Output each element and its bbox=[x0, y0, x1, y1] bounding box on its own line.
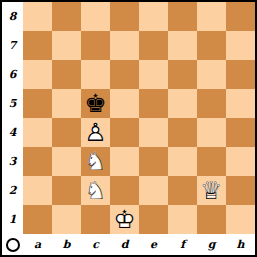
square-c5[interactable]: ♚ bbox=[81, 89, 110, 118]
square-b8[interactable] bbox=[52, 2, 81, 31]
file-label-e: e bbox=[139, 234, 168, 255]
square-c6[interactable] bbox=[81, 60, 110, 89]
rank-labels: 87654321 bbox=[2, 2, 23, 234]
white-knight: ♞♘ bbox=[81, 176, 110, 205]
white-knight: ♞♘ bbox=[81, 147, 110, 176]
white-queen: ♛♕ bbox=[197, 176, 226, 205]
file-label-c: c bbox=[81, 234, 110, 255]
white-king-outline: ♔ bbox=[113, 207, 135, 232]
square-a5[interactable] bbox=[23, 89, 52, 118]
black-king-glyph: ♚ bbox=[84, 91, 106, 116]
file-label-g: g bbox=[197, 234, 226, 255]
square-d2[interactable] bbox=[110, 176, 139, 205]
square-f6[interactable] bbox=[168, 60, 197, 89]
white-pawn: ♟♙ bbox=[81, 118, 110, 147]
square-f7[interactable] bbox=[168, 31, 197, 60]
square-e2[interactable] bbox=[139, 176, 168, 205]
white-knight-outline: ♘ bbox=[84, 149, 106, 174]
square-f5[interactable] bbox=[168, 89, 197, 118]
square-e3[interactable] bbox=[139, 147, 168, 176]
chess-board[interactable]: ♚♟♙♞♘♞♘♛♕♚♔ bbox=[23, 2, 255, 234]
square-h4[interactable] bbox=[226, 118, 255, 147]
square-b1[interactable] bbox=[52, 205, 81, 234]
file-label-h: h bbox=[226, 234, 255, 255]
square-c2[interactable]: ♞♘ bbox=[81, 176, 110, 205]
rank-label-7: 7 bbox=[2, 31, 23, 60]
square-f8[interactable] bbox=[168, 2, 197, 31]
square-a1[interactable] bbox=[23, 205, 52, 234]
square-a8[interactable] bbox=[23, 2, 52, 31]
rank-label-8: 8 bbox=[2, 2, 23, 31]
square-e7[interactable] bbox=[139, 31, 168, 60]
white-knight-outline: ♘ bbox=[84, 178, 106, 203]
rank-label-4: 4 bbox=[2, 118, 23, 147]
square-b4[interactable] bbox=[52, 118, 81, 147]
square-e1[interactable] bbox=[139, 205, 168, 234]
square-h1[interactable] bbox=[226, 205, 255, 234]
white-pawn-outline: ♙ bbox=[84, 120, 106, 145]
square-c7[interactable] bbox=[81, 31, 110, 60]
square-g8[interactable] bbox=[197, 2, 226, 31]
file-labels: abcdefgh bbox=[23, 234, 255, 255]
square-g3[interactable] bbox=[197, 147, 226, 176]
turn-indicator bbox=[2, 234, 23, 255]
rank-label-1: 1 bbox=[2, 205, 23, 234]
square-a7[interactable] bbox=[23, 31, 52, 60]
rank-label-6: 6 bbox=[2, 60, 23, 89]
rank-label-5: 5 bbox=[2, 89, 23, 118]
square-g7[interactable] bbox=[197, 31, 226, 60]
square-b3[interactable] bbox=[52, 147, 81, 176]
square-b2[interactable] bbox=[52, 176, 81, 205]
square-h8[interactable] bbox=[226, 2, 255, 31]
square-c8[interactable] bbox=[81, 2, 110, 31]
square-d7[interactable] bbox=[110, 31, 139, 60]
square-e4[interactable] bbox=[139, 118, 168, 147]
square-f3[interactable] bbox=[168, 147, 197, 176]
square-h7[interactable] bbox=[226, 31, 255, 60]
white-to-move-circle-icon bbox=[6, 238, 20, 252]
chess-diagram: 87654321 ♚♟♙♞♘♞♘♛♕♚♔ abcdefgh bbox=[0, 0, 257, 257]
black-king: ♚ bbox=[81, 89, 110, 118]
square-b6[interactable] bbox=[52, 60, 81, 89]
square-a6[interactable] bbox=[23, 60, 52, 89]
square-d6[interactable] bbox=[110, 60, 139, 89]
file-label-b: b bbox=[52, 234, 81, 255]
square-g6[interactable] bbox=[197, 60, 226, 89]
white-queen-outline: ♕ bbox=[200, 178, 222, 203]
square-g5[interactable] bbox=[197, 89, 226, 118]
square-f2[interactable] bbox=[168, 176, 197, 205]
square-d1[interactable]: ♚♔ bbox=[110, 205, 139, 234]
square-d8[interactable] bbox=[110, 2, 139, 31]
square-a2[interactable] bbox=[23, 176, 52, 205]
square-c3[interactable]: ♞♘ bbox=[81, 147, 110, 176]
square-h3[interactable] bbox=[226, 147, 255, 176]
rank-label-2: 2 bbox=[2, 176, 23, 205]
square-g1[interactable] bbox=[197, 205, 226, 234]
square-f4[interactable] bbox=[168, 118, 197, 147]
square-d4[interactable] bbox=[110, 118, 139, 147]
square-h5[interactable] bbox=[226, 89, 255, 118]
square-f1[interactable] bbox=[168, 205, 197, 234]
square-c4[interactable]: ♟♙ bbox=[81, 118, 110, 147]
square-h2[interactable] bbox=[226, 176, 255, 205]
square-b7[interactable] bbox=[52, 31, 81, 60]
square-a3[interactable] bbox=[23, 147, 52, 176]
white-king: ♚♔ bbox=[110, 205, 139, 234]
file-label-f: f bbox=[168, 234, 197, 255]
square-c1[interactable] bbox=[81, 205, 110, 234]
square-e6[interactable] bbox=[139, 60, 168, 89]
file-label-a: a bbox=[23, 234, 52, 255]
square-g4[interactable] bbox=[197, 118, 226, 147]
square-e8[interactable] bbox=[139, 2, 168, 31]
square-b5[interactable] bbox=[52, 89, 81, 118]
square-d3[interactable] bbox=[110, 147, 139, 176]
rank-label-3: 3 bbox=[2, 147, 23, 176]
square-d5[interactable] bbox=[110, 89, 139, 118]
square-h6[interactable] bbox=[226, 60, 255, 89]
file-label-d: d bbox=[110, 234, 139, 255]
square-a4[interactable] bbox=[23, 118, 52, 147]
square-e5[interactable] bbox=[139, 89, 168, 118]
square-g2[interactable]: ♛♕ bbox=[197, 176, 226, 205]
